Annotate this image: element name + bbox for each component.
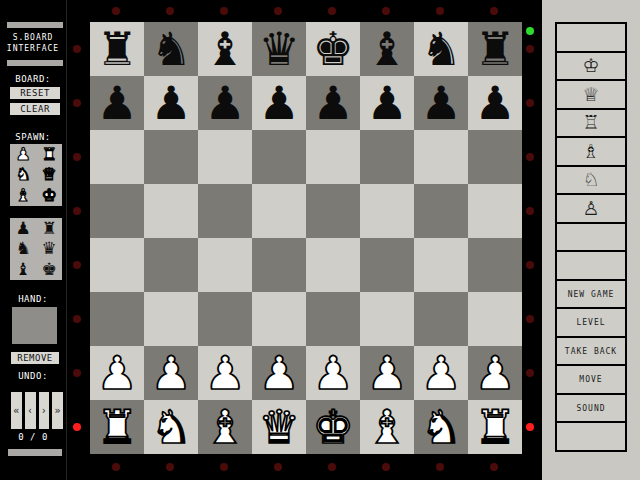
black-pawn[interactable]: ♟	[258, 76, 299, 130]
square-b5[interactable]	[144, 184, 198, 238]
white-pawn[interactable]: ♟	[366, 346, 407, 400]
new-game-label: NEW GAME	[568, 290, 615, 299]
black-pawn[interactable]: ♟	[312, 76, 353, 130]
square-f7[interactable]: ♟	[360, 76, 414, 130]
black-pawn[interactable]: ♟	[150, 76, 191, 130]
edge-led-right	[526, 369, 534, 377]
black-pawn-icon: ♟	[15, 220, 30, 237]
black-knight[interactable]: ♞	[420, 22, 461, 76]
app-title-line2: INTERFACE	[0, 44, 66, 53]
spawn-white-king[interactable]: ♚	[36, 185, 62, 206]
white-rook[interactable]: ♜	[96, 400, 137, 454]
white-pawn[interactable]: ♟	[420, 346, 461, 400]
spawn-black-king[interactable]: ♚	[36, 259, 62, 280]
clear-button[interactable]: CLEAR	[10, 103, 60, 115]
square-a4[interactable]	[90, 238, 144, 292]
white-pawn-icon: ♟	[15, 146, 30, 163]
edge-led-top	[220, 7, 228, 15]
square-b1[interactable]: ♞	[144, 400, 198, 454]
right-panel-cells: ♔♕♖♗♘♙NEW GAMELEVELTAKE BACKMOVESOUND	[555, 22, 627, 452]
black-king-icon: ♚	[41, 261, 56, 278]
edge-led-bottom	[328, 463, 336, 471]
edge-led-left	[73, 315, 81, 323]
edge-led-right	[526, 261, 534, 269]
square-c2[interactable]: ♟	[198, 346, 252, 400]
square-h2[interactable]: ♟	[468, 346, 522, 400]
queen-icon: ♕	[582, 85, 599, 104]
redo-one-button[interactable]: ›	[39, 392, 50, 429]
black-queen[interactable]: ♛	[258, 22, 299, 76]
green-status-led	[526, 27, 534, 35]
white-knight-icon: ♞	[15, 166, 30, 183]
square-h4[interactable]	[468, 238, 522, 292]
undo-controls: «‹›»	[11, 392, 63, 429]
square-c5[interactable]	[198, 184, 252, 238]
hand-slot[interactable]	[12, 307, 57, 344]
edge-led-left	[73, 261, 81, 269]
white-pawn[interactable]: ♟	[474, 346, 515, 400]
square-g1[interactable]: ♞	[414, 400, 468, 454]
sound-label: SOUND	[576, 404, 605, 413]
undo-section-label: UNDO:	[0, 371, 66, 381]
edge-led-left	[73, 99, 81, 107]
spawn-black-bishop[interactable]: ♝	[10, 259, 36, 280]
edge-led-top	[382, 7, 390, 15]
edge-led-left	[73, 207, 81, 215]
edge-led-right	[526, 315, 534, 323]
black-bishop[interactable]: ♝	[204, 22, 245, 76]
undo-one-button[interactable]: ‹	[25, 392, 36, 429]
square-h7[interactable]: ♟	[468, 76, 522, 130]
black-bishop[interactable]: ♝	[366, 22, 407, 76]
black-rook-icon: ♜	[41, 220, 56, 237]
square-f3[interactable]	[360, 292, 414, 346]
edge-led-bottom	[274, 463, 282, 471]
spawn-white-pawn[interactable]: ♟	[10, 144, 36, 165]
edge-led-top	[328, 7, 336, 15]
square-a5[interactable]	[90, 184, 144, 238]
square-c1[interactable]: ♝	[198, 400, 252, 454]
white-bishop-icon: ♝	[15, 187, 30, 204]
square-b2[interactable]: ♟	[144, 346, 198, 400]
cell-empty-bottom	[555, 421, 627, 452]
spawn-palette-black: ♟♜♞♛♝♚	[10, 218, 62, 280]
edge-led-right	[526, 153, 534, 161]
take-back-label: TAKE BACK	[565, 347, 617, 356]
square-g6[interactable]	[414, 130, 468, 184]
panel-piece-knight[interactable]: ♘	[555, 165, 627, 196]
square-g2[interactable]: ♟	[414, 346, 468, 400]
black-bishop-icon: ♝	[15, 261, 30, 278]
separator-bar	[8, 449, 62, 456]
spawn-black-knight[interactable]: ♞	[10, 239, 36, 260]
black-knight-icon: ♞	[15, 240, 30, 257]
pawn-icon: ♙	[582, 199, 599, 218]
black-rook[interactable]: ♜	[474, 22, 515, 76]
spawn-white-knight[interactable]: ♞	[10, 165, 36, 186]
active-led-right	[526, 423, 534, 431]
square-c8[interactable]: ♝	[198, 22, 252, 76]
spawn-black-queen[interactable]: ♛	[36, 239, 62, 260]
move-button[interactable]: MOVE	[555, 364, 627, 395]
white-bishop[interactable]: ♝	[366, 400, 407, 454]
black-pawn[interactable]: ♟	[96, 76, 137, 130]
square-e5[interactable]	[306, 184, 360, 238]
level-button[interactable]: LEVEL	[555, 307, 627, 338]
square-g8[interactable]: ♞	[414, 22, 468, 76]
square-f1[interactable]: ♝	[360, 400, 414, 454]
square-d5[interactable]	[252, 184, 306, 238]
edge-led-top	[166, 7, 174, 15]
square-d2[interactable]: ♟	[252, 346, 306, 400]
square-e1[interactable]: ♚	[306, 400, 360, 454]
square-d3[interactable]	[252, 292, 306, 346]
square-c6[interactable]	[198, 130, 252, 184]
square-a8[interactable]: ♜	[90, 22, 144, 76]
square-h5[interactable]	[468, 184, 522, 238]
new-game-button[interactable]: NEW GAME	[555, 279, 627, 310]
spawn-white-rook[interactable]: ♜	[36, 144, 62, 165]
square-f4[interactable]	[360, 238, 414, 292]
edge-led-top	[274, 7, 282, 15]
square-c4[interactable]	[198, 238, 252, 292]
undo-counter: 0 / 0	[0, 432, 66, 442]
square-d8[interactable]: ♛	[252, 22, 306, 76]
square-f6[interactable]	[360, 130, 414, 184]
white-rook[interactable]: ♜	[474, 400, 515, 454]
square-e3[interactable]	[306, 292, 360, 346]
sound-button[interactable]: SOUND	[555, 393, 627, 424]
spawn-white-queen[interactable]: ♛	[36, 165, 62, 186]
white-pawn[interactable]: ♟	[258, 346, 299, 400]
square-g5[interactable]	[414, 184, 468, 238]
level-label: LEVEL	[576, 318, 605, 327]
edge-led-left	[73, 369, 81, 377]
square-g7[interactable]: ♟	[414, 76, 468, 130]
panel-piece-king[interactable]: ♔	[555, 51, 627, 82]
white-pawn[interactable]: ♟	[150, 346, 191, 400]
square-h6[interactable]	[468, 130, 522, 184]
chess-board: ♜♞♝♛♚♝♞♜♟♟♟♟♟♟♟♟♟♟♟♟♟♟♟♟♜♞♝♛♚♝♞♜	[90, 22, 522, 454]
square-h8[interactable]: ♜	[468, 22, 522, 76]
square-h3[interactable]	[468, 292, 522, 346]
remove-button[interactable]: REMOVE	[11, 352, 59, 364]
left-sidebar: S.BOARD INTERFACE BOARD: RESET CLEAR SPA…	[0, 0, 67, 480]
reset-button[interactable]: RESET	[10, 87, 60, 99]
white-knight[interactable]: ♞	[150, 400, 191, 454]
app-title-line1: S.BOARD	[0, 33, 66, 42]
square-a3[interactable]	[90, 292, 144, 346]
rook-icon: ♖	[582, 113, 599, 132]
bishop-icon: ♗	[582, 142, 599, 161]
edge-led-bottom	[382, 463, 390, 471]
square-f8[interactable]: ♝	[360, 22, 414, 76]
redo-all-button[interactable]: »	[52, 392, 63, 429]
edge-led-left	[73, 153, 81, 161]
edge-led-left	[73, 45, 81, 53]
black-pawn[interactable]: ♟	[474, 76, 515, 130]
square-e6[interactable]	[306, 130, 360, 184]
square-a1[interactable]: ♜	[90, 400, 144, 454]
square-a6[interactable]	[90, 130, 144, 184]
square-d7[interactable]: ♟	[252, 76, 306, 130]
square-d4[interactable]	[252, 238, 306, 292]
app-window: S.BOARD INTERFACE BOARD: RESET CLEAR SPA…	[0, 0, 640, 480]
square-c3[interactable]	[198, 292, 252, 346]
square-d6[interactable]	[252, 130, 306, 184]
separator-bar	[7, 22, 63, 28]
square-a7[interactable]: ♟	[90, 76, 144, 130]
cell-empty-top	[555, 22, 627, 53]
square-h1[interactable]: ♜	[468, 400, 522, 454]
edge-led-right	[526, 45, 534, 53]
move-label: MOVE	[579, 375, 602, 384]
knight-icon: ♘	[582, 170, 599, 189]
edge-led-right	[526, 207, 534, 215]
right-panel: ♔♕♖♗♘♙NEW GAMELEVELTAKE BACKMOVESOUND	[542, 0, 640, 480]
panel-piece-rook[interactable]: ♖	[555, 108, 627, 139]
black-pawn[interactable]: ♟	[366, 76, 407, 130]
edge-led-bottom	[166, 463, 174, 471]
spawn-section-label: SPAWN:	[0, 132, 66, 142]
square-b8[interactable]: ♞	[144, 22, 198, 76]
undo-all-button[interactable]: «	[11, 392, 22, 429]
cell-empty-mid-1	[555, 222, 627, 253]
square-d1[interactable]: ♛	[252, 400, 306, 454]
square-b3[interactable]	[144, 292, 198, 346]
black-pawn[interactable]: ♟	[420, 76, 461, 130]
panel-piece-queen[interactable]: ♕	[555, 79, 627, 110]
black-rook[interactable]: ♜	[96, 22, 137, 76]
hand-section-label: HAND:	[0, 294, 66, 304]
white-knight[interactable]: ♞	[420, 400, 461, 454]
board-section-label: BOARD:	[0, 74, 66, 84]
white-queen[interactable]: ♛	[258, 400, 299, 454]
black-queen-icon: ♛	[41, 240, 56, 257]
square-e8[interactable]: ♚	[306, 22, 360, 76]
square-e7[interactable]: ♟	[306, 76, 360, 130]
square-b4[interactable]	[144, 238, 198, 292]
spawn-black-rook[interactable]: ♜	[36, 218, 62, 239]
edge-led-top	[490, 7, 498, 15]
cell-empty-mid-2	[555, 250, 627, 281]
panel-piece-bishop[interactable]: ♗	[555, 136, 627, 167]
king-icon: ♔	[582, 56, 599, 75]
white-pawn[interactable]: ♟	[312, 346, 353, 400]
square-b7[interactable]: ♟	[144, 76, 198, 130]
spawn-black-pawn[interactable]: ♟	[10, 218, 36, 239]
spawn-palette-white: ♟♜♞♛♝♚	[10, 144, 62, 206]
square-g3[interactable]	[414, 292, 468, 346]
white-queen-icon: ♛	[41, 166, 56, 183]
white-rook-icon: ♜	[41, 146, 56, 163]
edge-led-bottom	[436, 463, 444, 471]
edge-led-right	[526, 99, 534, 107]
black-knight[interactable]: ♞	[150, 22, 191, 76]
square-b6[interactable]	[144, 130, 198, 184]
active-led-left	[73, 423, 81, 431]
edge-led-top	[112, 7, 120, 15]
square-e4[interactable]	[306, 238, 360, 292]
edge-led-bottom	[490, 463, 498, 471]
black-pawn[interactable]: ♟	[204, 76, 245, 130]
white-king-icon: ♚	[41, 187, 56, 204]
square-f2[interactable]: ♟	[360, 346, 414, 400]
square-e2[interactable]: ♟	[306, 346, 360, 400]
take-back-button[interactable]: TAKE BACK	[555, 336, 627, 367]
square-g4[interactable]	[414, 238, 468, 292]
white-bishop[interactable]: ♝	[204, 400, 245, 454]
white-king[interactable]: ♚	[312, 400, 353, 454]
edge-led-bottom	[220, 463, 228, 471]
white-pawn[interactable]: ♟	[204, 346, 245, 400]
square-c7[interactable]: ♟	[198, 76, 252, 130]
spawn-white-bishop[interactable]: ♝	[10, 185, 36, 206]
panel-piece-pawn[interactable]: ♙	[555, 193, 627, 224]
black-king[interactable]: ♚	[312, 22, 353, 76]
separator-bar	[7, 60, 63, 66]
white-pawn[interactable]: ♟	[96, 346, 137, 400]
edge-led-bottom	[112, 463, 120, 471]
edge-led-top	[436, 7, 444, 15]
square-a2[interactable]: ♟	[90, 346, 144, 400]
square-f5[interactable]	[360, 184, 414, 238]
